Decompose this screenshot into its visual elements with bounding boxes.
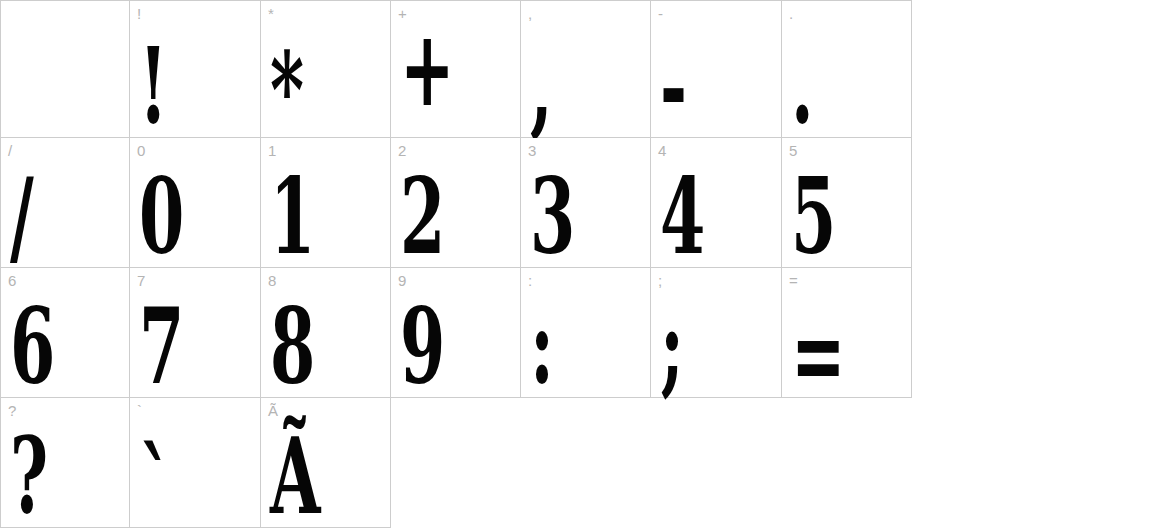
- glyph: .: [791, 34, 814, 139]
- glyph: /: [10, 164, 34, 269]
- glyph: 2: [400, 164, 445, 269]
- glyph: *: [270, 38, 304, 143]
- glyph-cell: Ã Ã: [261, 398, 391, 528]
- glyph: =: [791, 302, 846, 407]
- glyph: 0: [139, 164, 184, 269]
- glyph-cell: , ,: [521, 0, 651, 138]
- glyph: `: [139, 436, 172, 531]
- glyph-cell: 3 3: [521, 138, 651, 268]
- glyph-cell: 4 4: [651, 138, 782, 268]
- glyph-cell: 6 6: [0, 268, 130, 398]
- glyph: 9: [400, 294, 445, 399]
- glyph: -: [660, 34, 687, 139]
- glyph-cell: ; ;: [651, 268, 782, 398]
- glyph-cell-label: .: [789, 5, 793, 23]
- glyph: :: [530, 294, 554, 399]
- glyph-cell: ! !: [130, 0, 261, 138]
- glyph: 1: [270, 164, 315, 269]
- glyph: 8: [270, 294, 315, 399]
- glyph-cell-label: -: [658, 5, 663, 23]
- glyph: !: [139, 34, 168, 139]
- glyph-cell: ? ?: [0, 398, 130, 528]
- glyph: 3: [530, 164, 575, 269]
- glyph-cell-label: *: [268, 5, 274, 23]
- glyph-cell-label: ,: [528, 5, 532, 23]
- glyph-cell: 5 5: [782, 138, 912, 268]
- glyph-cell: 0 0: [130, 138, 261, 268]
- glyph-cell: - -: [651, 0, 782, 138]
- glyph-cell: 8 8: [261, 268, 391, 398]
- glyph-cell: . .: [782, 0, 912, 138]
- glyph: 5: [791, 164, 836, 269]
- glyph: 7: [139, 294, 184, 399]
- character-map-grid: ! ! * * + + , , - - . . / / 0 0 1 1 2 2 …: [0, 0, 912, 528]
- glyph-cell: 9 9: [391, 268, 521, 398]
- glyph: 4: [660, 164, 705, 269]
- glyph-cell: [0, 0, 130, 138]
- glyph: ;: [660, 294, 684, 399]
- glyph: ,: [530, 34, 553, 139]
- glyph-cell: * *: [261, 0, 391, 138]
- glyph-cell: 1 1: [261, 138, 391, 268]
- glyph-cell: = =: [782, 268, 912, 398]
- glyph: 6: [10, 294, 55, 399]
- glyph-cell-label: `: [137, 402, 142, 420]
- glyph-cell: 2 2: [391, 138, 521, 268]
- glyph-cell-label: =: [789, 272, 798, 290]
- glyph: Ã: [270, 424, 321, 529]
- glyph: ?: [10, 424, 48, 529]
- font-preview-page: ! ! * * + + , , - - . . / / 0 0 1 1 2 2 …: [0, 0, 1172, 531]
- glyph-cell: / /: [0, 138, 130, 268]
- glyph-cell: : :: [521, 268, 651, 398]
- glyph-cell: 7 7: [130, 268, 261, 398]
- glyph-cell-label: !: [137, 5, 141, 23]
- glyph-cell: + +: [391, 0, 521, 138]
- glyph-cell: ` `: [130, 398, 261, 528]
- glyph: +: [400, 16, 455, 121]
